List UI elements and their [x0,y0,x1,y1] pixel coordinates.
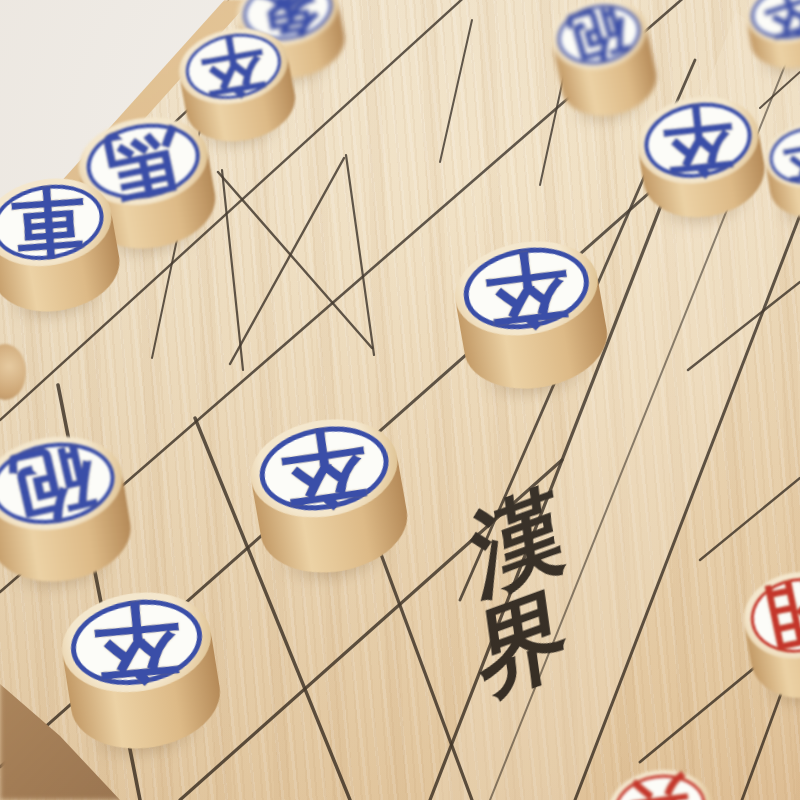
piece-glyph: 卒 [659,100,737,181]
piece-glyph: 馬 [99,117,188,205]
piece-red-elephant-edge[interactable]: 相 [737,563,800,706]
piece-glyph: 卒 [779,124,800,187]
piece-glyph: 卒 [480,244,572,333]
piece-blue-cannon-left[interactable]: 砲 [0,427,137,591]
piece-sticker: 兵 [610,769,710,800]
piece-glyph: 卒 [197,29,270,103]
piece-glyph: 兵 [626,772,694,800]
piece-glyph: 卒 [90,596,183,688]
piece-glyph: 車 [9,183,88,262]
piece-glyph: 卒 [758,0,800,45]
piece-blue-chariot-left[interactable]: 車 [0,169,126,321]
piece-glyph: 砲 [564,0,633,70]
piece-blue-piece-top-right[interactable]: 卒 [741,0,800,75]
piece-glyph: 相 [760,572,800,658]
piece-sticker: 砲 [0,435,120,532]
piece-blue-soldier-near[interactable]: 卒 [55,582,227,759]
piece-glyph: 卒 [276,422,372,516]
piece-glyph: 砲 [5,436,101,531]
piece-blue-soldier-center[interactable]: 卒 [447,231,614,400]
piece-blue-soldier-mid[interactable]: 卒 [243,408,415,583]
piece-blue-soldier-riverbank[interactable]: 卒 [631,87,772,226]
xiangqi-photo-scene: 漢 界 砲車馬卒象砲卒卒卒卒卒卒相兵 [0,0,800,800]
